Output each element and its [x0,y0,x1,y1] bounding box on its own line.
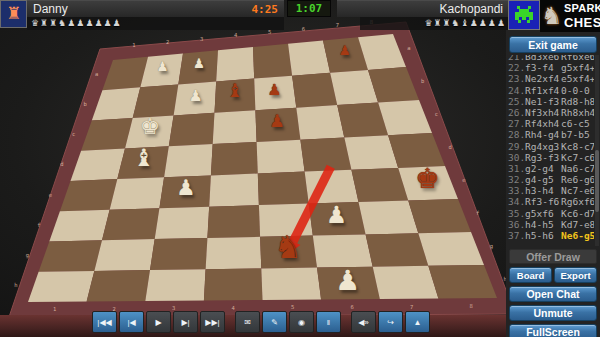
white-move: g2-g4 [525,163,561,174]
playback-toolbar: |◀◀|◀▶▶|▶▶|✉✎◉‖◀»↪▲ [0,311,506,334]
square-e5[interactable] [258,172,309,206]
white-move: Rg3-f3 [525,152,561,163]
board-coordinate-label: b [421,78,424,84]
white-move: Rg4xg3 [525,141,561,152]
player-right-avatar [508,0,540,30]
square-g6[interactable] [313,234,373,267]
move-number: 21. [508,55,525,62]
black-move: Na6-c7 [561,163,594,174]
play-button[interactable]: ▶ [146,311,171,333]
board-coordinate-label: g [490,243,493,250]
square-g7[interactable] [366,233,429,267]
white-move: Rf4xh4 [525,118,561,129]
piece-white-P-e3[interactable]: ♟ [176,178,195,200]
white-move: Nf3xh4 [525,107,561,118]
move-number: 32. [508,174,525,185]
scrollbar-thumb[interactable] [595,150,599,212]
piece-black-P-b5[interactable]: ♟ [268,82,282,97]
move-clock: 1:07 [287,0,331,17]
board-coordinate-label: b [83,101,86,107]
move-row: 27.Rf4xh4c6-c5 [508,118,594,129]
piece-black-K-e8[interactable]: ♚ [415,165,440,193]
white-move: h4-h5 [525,219,561,230]
black-move: Kc8-c7 [561,141,594,152]
export-button[interactable]: Export [554,267,597,283]
board-coordinate-label: 7 [410,304,413,310]
move-row: 29.Rg4xg3Kc8-c7 [508,141,594,152]
square-c4[interactable] [213,110,257,144]
piece-black-P-c5[interactable]: ♟ [269,113,285,130]
player-right-captured: ♛♜♜♞♝♟♟♟♟ [360,17,510,30]
move-row: 37.h5-h6Ne6-g5 [508,230,594,241]
white-move: Ne2xf4 [525,73,561,84]
square-f7[interactable] [359,201,419,235]
board-coordinate-label: 6 [350,304,353,310]
white-move: Rf3-f6 [525,196,561,207]
black-move: c6-c5 [561,118,590,129]
white-move: Ne1-f3 [525,96,561,107]
square-b6[interactable] [292,73,337,108]
board-coordinate-label: 1 [132,42,135,48]
square-d6[interactable] [300,137,351,171]
board-coordinate-label: c [435,111,438,117]
player-left-bar: Danny 4:25 [27,0,284,17]
move-number: 22. [508,62,525,73]
board-style-button[interactable]: Board Style [509,267,552,283]
white-move: Rh4-g4 [525,129,561,140]
move-row: 36.h4-h5Kd7-e8 [508,219,594,230]
black-move: Rf6xe6 [561,55,594,62]
board-coordinate-label: 2 [166,39,169,45]
move-row: 26.Nf3xh4Rh8xh4 [508,107,594,118]
board-coordinate-label: e [49,192,52,198]
move-row: 32.g4-g5Re6-g6 [508,174,594,185]
piece-black-P-a7[interactable]: ♟ [339,45,351,58]
player-left-avatar: ♜ [0,0,27,28]
board-coordinate-label: 5 [291,304,294,310]
move-number: 28. [508,129,525,140]
black-move: b7-b5 [561,129,590,140]
black-move: g5xf4+ [561,62,594,73]
board-coordinate-label: g [26,252,29,259]
square-g2[interactable] [94,239,154,271]
board-coordinate-label: e [462,177,465,183]
move-list: 21.Bd3xe6Rf6xe622.f3-f4g5xf4+23.Ne2xf4e5… [508,55,594,246]
board-coordinate-label: c [72,131,75,137]
knight-logo-icon: ♞ [541,2,563,30]
board-coordinate-label: f [37,222,40,228]
move-row: 30.Rg3-f3Kc7-c6 [508,152,594,163]
logo-text-bottom: CHESS [564,15,600,30]
square-a5[interactable] [253,44,292,79]
square-e7[interactable] [351,168,408,202]
square-e2[interactable] [110,177,165,209]
move-number: 36. [508,219,525,230]
square-d4[interactable] [211,142,258,176]
square-a6[interactable] [288,41,330,76]
black-move: Kc6-d7 [561,208,594,219]
black-move: e5xf4+ [561,73,594,84]
step-back-button[interactable]: |◀ [119,311,144,333]
jump-end-button[interactable]: ▶▶| [200,311,225,333]
app-root: 1aa12bb23cc34dd45ee56ff67gg78hh8 ♟♟♟♟♟♝♚… [0,0,600,337]
sparkchess-logo: ♞ SPARK CHESS [540,0,600,32]
square-f4[interactable] [207,205,260,238]
player-right-name: Kachopandi [440,2,503,16]
move-row: 24.Rf1xf40-0-0 [508,85,594,96]
piece-white-K-c2[interactable]: ♚ [140,116,160,138]
square-e6[interactable] [305,170,359,204]
board-coordinate-label: a [95,71,98,77]
fullscreen-button[interactable]: FullScreen [509,324,597,337]
move-number: 35. [508,208,525,219]
player-right-bar: Kachopandi [337,0,508,17]
unmute-button[interactable]: Unmute [509,305,597,321]
black-move: Rg6xf6 [561,196,594,207]
board-coordinate-label: 7 [336,22,339,28]
piece-white-P-a2[interactable]: ♟ [156,60,168,73]
move-number: 27. [508,118,525,129]
move-number: 25. [508,96,525,107]
move-number: 24. [508,85,525,96]
black-move: 0-0-0 [561,85,590,96]
step-forward-button[interactable]: ▶| [173,311,198,333]
black-move: Rh8xh4 [561,107,594,118]
square-g4[interactable] [206,237,262,269]
white-move: h5-h6 [525,230,561,241]
black-move: Kd7-e8 [561,219,594,230]
board-coordinate-label: h [14,282,17,288]
square-h4[interactable] [204,268,263,300]
sound-button[interactable]: ◀» [351,311,376,333]
move-row: 23.Ne2xf4e5xf4+ [508,73,594,84]
black-move: Re6-g6 [561,174,594,185]
invader-avatar-icon [509,1,539,29]
board-coordinate-label: f [476,210,479,216]
black-move: Kc7-c6 [561,152,594,163]
logo-text-top: SPARK [564,2,600,14]
square-g3[interactable] [150,238,207,270]
move-list-scrollbar[interactable] [595,55,599,246]
piece-white-P-h6[interactable]: ♟ [335,267,360,295]
move-number: 37. [508,230,525,241]
move-number: 29. [508,141,525,152]
jump-start-button[interactable]: |◀◀ [92,311,117,333]
black-move: Ne6-g5 [561,230,594,241]
black-move: Rd8-h8 [561,96,594,107]
piece-white-P-f6[interactable]: ♟ [326,204,347,228]
leave-button[interactable]: ↪ [378,311,403,333]
move-number: 34. [508,196,525,207]
white-move: h3-h4 [525,185,561,196]
piece-white-P-b3[interactable]: ♟ [189,87,203,102]
board-coordinate-label: d [448,144,451,150]
board-coordinate-label: 6 [302,26,305,32]
pause-button[interactable]: ‖ [316,311,341,333]
move-row: 31.g2-g4Na6-c7 [508,163,594,174]
board-coordinate-label: 8 [470,303,473,309]
move-row: 21.Bd3xe6Rf6xe6 [508,55,594,62]
board-coordinate-label: a [407,45,410,51]
player-left-captured: ♛♜♜♞♟♟♟♟♟♟ [27,17,284,30]
chat-button[interactable]: ✉ [235,311,260,333]
move-number: 26. [508,107,525,118]
move-number: 23. [508,73,525,84]
square-h2[interactable] [87,270,150,301]
square-f3[interactable] [155,207,210,239]
move-number: 30. [508,152,525,163]
white-move: Rf1xf4 [525,85,561,96]
player-left-clock: 4:25 [252,3,279,16]
eject-button[interactable]: ▲ [405,311,430,333]
white-move: f3-f4 [525,62,561,73]
square-f2[interactable] [102,208,159,240]
square-h1[interactable] [28,271,94,302]
square-h5[interactable] [261,268,321,301]
side-panel: Exit game 21.Bd3xe6Rf6xe622.f3-f4g5xf4+2… [506,30,600,337]
exit-game-button[interactable]: Exit game [509,36,597,53]
board-coordinate-label: d [60,161,63,167]
square-e4[interactable] [209,174,259,207]
piece-black-N-g5[interactable]: ♞ [274,232,302,263]
move-row: 22.f3-f4g5xf4+ [508,62,594,73]
square-d5[interactable] [257,140,305,174]
white-move: g5xf6 [525,208,561,219]
square-c3[interactable] [169,113,215,147]
square-d3[interactable] [164,144,213,177]
piece-black-B-b4[interactable]: ♝ [227,82,244,101]
white-move: g4-g5 [525,174,561,185]
player-left-name: Danny [33,2,68,16]
piece-white-B-d2[interactable]: ♝ [133,146,154,170]
move-row: 33.h3-h4Nc7-e6 [508,185,594,196]
square-a4[interactable] [216,47,254,82]
square-g1[interactable] [39,240,102,271]
board-coordinate-label: 3 [200,36,203,42]
draw-tool-button[interactable]: ✎ [262,311,287,333]
square-c6[interactable] [296,105,344,140]
offer-draw-button[interactable]: Offer Draw [509,249,597,264]
move-row: 35.g5xf6Kc6-d7 [508,208,594,219]
rook-avatar-icon: ♜ [6,4,21,23]
open-chat-button[interactable]: Open Chat [509,286,597,302]
move-row: 28.Rh4-g4b7-b5 [508,129,594,140]
move-row: 25.Ne1-f3Rd8-h8 [508,96,594,107]
move-row: 34.Rf3-f6Rg6xf6 [508,196,594,207]
move-number: 33. [508,185,525,196]
piece-white-P-a3[interactable]: ♟ [193,57,205,70]
move-number: 31. [508,163,525,174]
black-move: Nc7-e6 [561,185,594,196]
white-move: Bd3xe6 [525,55,561,62]
square-h3[interactable] [145,269,205,301]
snapshot-button[interactable]: ◉ [289,311,314,333]
square-h7[interactable] [373,266,439,299]
